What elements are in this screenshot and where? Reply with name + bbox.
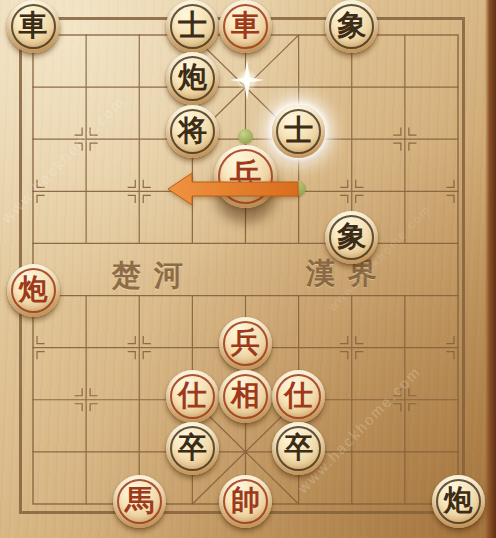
piece-glyph: 士 xyxy=(178,11,207,40)
piece-ring: 炮 xyxy=(170,56,215,101)
move-arrow-left xyxy=(162,170,302,208)
piece-black-elephant-g6[interactable]: 象 xyxy=(325,211,378,264)
piece-red-chariot-e10[interactable]: 車 xyxy=(219,0,272,53)
piece-ring: 卒 xyxy=(276,426,321,471)
piece-red-cannon-a5[interactable]: 炮 xyxy=(7,264,60,317)
piece-ring: 兵 xyxy=(223,321,268,366)
piece-ring: 象 xyxy=(329,215,374,260)
piece-ring: 士 xyxy=(170,4,215,49)
piece-ring: 象 xyxy=(329,4,374,49)
piece-ring: 車 xyxy=(11,4,56,49)
piece-glyph: 帥 xyxy=(231,486,260,515)
piece-ring: 車 xyxy=(223,4,268,49)
piece-black-cannon-d9[interactable]: 炮 xyxy=(166,52,219,105)
piece-glyph: 相 xyxy=(231,381,260,410)
piece-glyph: 炮 xyxy=(444,486,473,515)
piece-glyph: 将 xyxy=(178,116,207,145)
piece-ring: 卒 xyxy=(170,426,215,471)
piece-glyph: 象 xyxy=(337,11,366,40)
piece-red-elephant-e3[interactable]: 相 xyxy=(219,370,272,423)
piece-glyph: 士 xyxy=(284,116,313,145)
piece-ring: 仕 xyxy=(170,374,215,419)
piece-ring: 相 xyxy=(223,374,268,419)
piece-black-cannon-i1[interactable]: 炮 xyxy=(432,475,485,528)
piece-black-elephant-g10[interactable]: 象 xyxy=(325,0,378,53)
piece-black-advisor-f8[interactable]: 士 xyxy=(272,105,325,158)
river-label-left: 楚河 xyxy=(112,256,196,296)
piece-red-advisor-d3[interactable]: 仕 xyxy=(166,370,219,423)
piece-ring: 帥 xyxy=(223,479,268,524)
piece-glyph: 象 xyxy=(337,222,366,251)
piece-glyph: 卒 xyxy=(178,433,207,462)
piece-glyph: 炮 xyxy=(19,275,48,304)
piece-ring: 士 xyxy=(276,109,321,154)
piece-ring: 馬 xyxy=(117,479,162,524)
piece-red-horse-c1[interactable]: 馬 xyxy=(113,475,166,528)
piece-ring: 仕 xyxy=(276,374,321,419)
piece-ring: 炮 xyxy=(11,268,56,313)
piece-glyph: 炮 xyxy=(178,63,207,92)
piece-red-pawn-e4[interactable]: 兵 xyxy=(219,317,272,370)
piece-ring: 炮 xyxy=(436,479,481,524)
piece-glyph: 仕 xyxy=(178,381,207,410)
piece-red-general-e1[interactable]: 帥 xyxy=(219,475,272,528)
piece-black-chariot-a10[interactable]: 車 xyxy=(7,0,60,53)
piece-glyph: 車 xyxy=(19,11,48,40)
piece-glyph: 車 xyxy=(231,11,260,40)
piece-glyph: 卒 xyxy=(284,433,313,462)
piece-black-general-d8[interactable]: 将 xyxy=(166,105,219,158)
piece-black-pawn-d2[interactable]: 卒 xyxy=(166,422,219,475)
piece-glyph: 馬 xyxy=(125,486,154,515)
piece-ring: 将 xyxy=(170,109,215,154)
piece-glyph: 仕 xyxy=(284,381,313,410)
piece-red-advisor-f3[interactable]: 仕 xyxy=(272,370,325,423)
piece-glyph: 兵 xyxy=(231,328,260,357)
piece-black-advisor-d10[interactable]: 士 xyxy=(166,0,219,53)
xiangqi-game-screen[interactable]: 楚河 漢界 www.hackhome.com www.hackhome.com … xyxy=(0,0,496,538)
board-grid xyxy=(0,0,496,538)
move-hint-dot-e8[interactable] xyxy=(238,129,253,144)
